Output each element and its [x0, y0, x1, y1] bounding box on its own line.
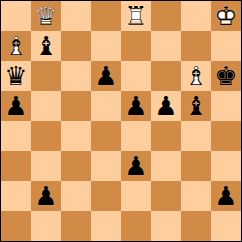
square-a7[interactable]: ♝♗	[1, 31, 31, 61]
square-h4[interactable]	[211, 121, 241, 151]
piece-glyph-fill: ♟	[121, 151, 151, 181]
square-e7[interactable]	[121, 31, 151, 61]
square-d1[interactable]	[91, 211, 121, 241]
piece-glyph-outline: ♗	[1, 31, 31, 61]
black-pawn-b2[interactable]: ♟	[31, 181, 61, 211]
square-b2[interactable]: ♟	[31, 181, 61, 211]
square-e8[interactable]: ♜♖	[121, 1, 151, 31]
square-e4[interactable]	[121, 121, 151, 151]
square-h5[interactable]	[211, 91, 241, 121]
square-f7[interactable]	[151, 31, 181, 61]
piece-glyph-fill: ♚	[211, 61, 241, 91]
square-f8[interactable]	[151, 1, 181, 31]
piece-glyph-fill: ♟	[31, 181, 61, 211]
square-g1[interactable]	[181, 211, 211, 241]
square-d3[interactable]	[91, 151, 121, 181]
square-h1[interactable]	[211, 211, 241, 241]
piece-glyph-fill: ♝	[31, 31, 61, 61]
black-bishop-b7[interactable]: ♝	[31, 31, 61, 61]
square-h2[interactable]: ♟	[211, 181, 241, 211]
square-c1[interactable]	[61, 211, 91, 241]
piece-glyph-fill: ♟	[211, 181, 241, 211]
square-g6[interactable]: ♝♗	[181, 61, 211, 91]
chess-board-container: ♛♕♜♖♚♔♝♗♝♛♟♝♗♚♟♟♟♝♟♟♟	[0, 0, 242, 242]
square-d7[interactable]	[91, 31, 121, 61]
square-a8[interactable]	[1, 1, 31, 31]
piece-glyph-fill: ♝	[181, 91, 211, 121]
piece-glyph-fill: ♛	[1, 61, 31, 91]
square-a4[interactable]	[1, 121, 31, 151]
square-d2[interactable]	[91, 181, 121, 211]
square-g4[interactable]	[181, 121, 211, 151]
square-g2[interactable]	[181, 181, 211, 211]
square-b8[interactable]: ♛♕	[31, 1, 61, 31]
piece-glyph-fill: ♟	[121, 91, 151, 121]
square-d8[interactable]	[91, 1, 121, 31]
square-g8[interactable]	[181, 1, 211, 31]
black-pawn-e3[interactable]: ♟	[121, 151, 151, 181]
square-f6[interactable]	[151, 61, 181, 91]
square-c2[interactable]	[61, 181, 91, 211]
square-b7[interactable]: ♝	[31, 31, 61, 61]
black-bishop-g5[interactable]: ♝	[181, 91, 211, 121]
square-c7[interactable]	[61, 31, 91, 61]
square-b4[interactable]	[31, 121, 61, 151]
square-c3[interactable]	[61, 151, 91, 181]
black-pawn-h2[interactable]: ♟	[211, 181, 241, 211]
piece-glyph-outline: ♕	[31, 1, 61, 31]
white-king-h8[interactable]: ♚♔	[211, 1, 241, 31]
black-king-h6[interactable]: ♚	[211, 61, 241, 91]
white-bishop-g6[interactable]: ♝♗	[181, 61, 211, 91]
square-b6[interactable]	[31, 61, 61, 91]
square-b3[interactable]	[31, 151, 61, 181]
square-h6[interactable]: ♚	[211, 61, 241, 91]
black-pawn-e5[interactable]: ♟	[121, 91, 151, 121]
square-d5[interactable]	[91, 91, 121, 121]
black-pawn-d6[interactable]: ♟	[91, 61, 121, 91]
square-d4[interactable]	[91, 121, 121, 151]
square-f1[interactable]	[151, 211, 181, 241]
white-bishop-a7[interactable]: ♝♗	[1, 31, 31, 61]
square-f3[interactable]	[151, 151, 181, 181]
black-pawn-f5[interactable]: ♟	[151, 91, 181, 121]
square-a5[interactable]: ♟	[1, 91, 31, 121]
square-e5[interactable]: ♟	[121, 91, 151, 121]
square-h8[interactable]: ♚♔	[211, 1, 241, 31]
black-queen-a6[interactable]: ♛	[1, 61, 31, 91]
square-a3[interactable]	[1, 151, 31, 181]
piece-glyph-fill: ♟	[91, 61, 121, 91]
square-f4[interactable]	[151, 121, 181, 151]
piece-glyph-outline: ♗	[181, 61, 211, 91]
chess-board: ♛♕♜♖♚♔♝♗♝♛♟♝♗♚♟♟♟♝♟♟♟	[0, 0, 242, 242]
piece-glyph-fill: ♟	[1, 91, 31, 121]
square-g7[interactable]	[181, 31, 211, 61]
square-a1[interactable]	[1, 211, 31, 241]
square-b1[interactable]	[31, 211, 61, 241]
square-f2[interactable]	[151, 181, 181, 211]
square-g5[interactable]: ♝	[181, 91, 211, 121]
square-a2[interactable]	[1, 181, 31, 211]
square-e3[interactable]: ♟	[121, 151, 151, 181]
square-e6[interactable]	[121, 61, 151, 91]
square-h3[interactable]	[211, 151, 241, 181]
square-d6[interactable]: ♟	[91, 61, 121, 91]
square-h7[interactable]	[211, 31, 241, 61]
square-g3[interactable]	[181, 151, 211, 181]
square-c8[interactable]	[61, 1, 91, 31]
square-a6[interactable]: ♛	[1, 61, 31, 91]
square-b5[interactable]	[31, 91, 61, 121]
piece-glyph-outline: ♔	[211, 1, 241, 31]
square-c5[interactable]	[61, 91, 91, 121]
square-f5[interactable]: ♟	[151, 91, 181, 121]
square-e2[interactable]	[121, 181, 151, 211]
piece-glyph-outline: ♖	[121, 1, 151, 31]
white-queen-b8[interactable]: ♛♕	[31, 1, 61, 31]
black-pawn-a5[interactable]: ♟	[1, 91, 31, 121]
square-c4[interactable]	[61, 121, 91, 151]
square-c6[interactable]	[61, 61, 91, 91]
piece-glyph-fill: ♟	[151, 91, 181, 121]
white-rook-e8[interactable]: ♜♖	[121, 1, 151, 31]
square-e1[interactable]	[121, 211, 151, 241]
